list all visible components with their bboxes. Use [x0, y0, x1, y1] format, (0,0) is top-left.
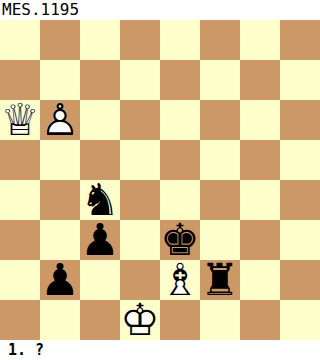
puzzle-title: MES.1195	[0, 0, 320, 20]
black-knight[interactable]: ♞	[80, 180, 120, 220]
chess-puzzle-diagram: MES.1195 ♛♕♟♙♞♟♚♟♝♗♜♚♔ 1. ?	[0, 0, 320, 360]
square-d8[interactable]	[120, 20, 160, 60]
square-e6[interactable]	[160, 100, 200, 140]
square-b4[interactable]	[40, 180, 80, 220]
square-e7[interactable]	[160, 60, 200, 100]
white-bishop[interactable]: ♝♗	[160, 260, 200, 300]
black-king-glyph: ♚	[160, 220, 200, 260]
square-h6[interactable]	[280, 100, 320, 140]
square-g6[interactable]	[240, 100, 280, 140]
square-g2[interactable]	[240, 260, 280, 300]
square-h7[interactable]	[280, 60, 320, 100]
square-b3[interactable]	[40, 220, 80, 260]
square-a1[interactable]	[0, 300, 40, 340]
square-f1[interactable]	[200, 300, 240, 340]
square-f6[interactable]	[200, 100, 240, 140]
square-c4[interactable]: ♞	[80, 180, 120, 220]
square-c6[interactable]	[80, 100, 120, 140]
square-g5[interactable]	[240, 140, 280, 180]
square-b1[interactable]	[40, 300, 80, 340]
square-h8[interactable]	[280, 20, 320, 60]
square-c8[interactable]	[80, 20, 120, 60]
square-h5[interactable]	[280, 140, 320, 180]
square-b8[interactable]	[40, 20, 80, 60]
black-pawn-glyph: ♟	[40, 260, 80, 300]
chess-board: ♛♕♟♙♞♟♚♟♝♗♜♚♔	[0, 20, 320, 340]
square-a3[interactable]	[0, 220, 40, 260]
square-b5[interactable]	[40, 140, 80, 180]
black-pawn[interactable]: ♟	[80, 220, 120, 260]
square-e8[interactable]	[160, 20, 200, 60]
square-c3[interactable]: ♟	[80, 220, 120, 260]
square-a5[interactable]	[0, 140, 40, 180]
square-h1[interactable]	[280, 300, 320, 340]
square-d4[interactable]	[120, 180, 160, 220]
square-f4[interactable]	[200, 180, 240, 220]
square-f3[interactable]	[200, 220, 240, 260]
square-c2[interactable]	[80, 260, 120, 300]
square-d7[interactable]	[120, 60, 160, 100]
square-g8[interactable]	[240, 20, 280, 60]
square-d6[interactable]	[120, 100, 160, 140]
white-bishop-outline: ♗	[160, 260, 200, 300]
square-e1[interactable]	[160, 300, 200, 340]
white-pawn[interactable]: ♟♙	[40, 100, 80, 140]
square-h3[interactable]	[280, 220, 320, 260]
square-a7[interactable]	[0, 60, 40, 100]
square-a4[interactable]	[0, 180, 40, 220]
square-b2[interactable]: ♟	[40, 260, 80, 300]
square-d1[interactable]: ♚♔	[120, 300, 160, 340]
square-e3[interactable]: ♚	[160, 220, 200, 260]
square-a6[interactable]: ♛♕	[0, 100, 40, 140]
square-h4[interactable]	[280, 180, 320, 220]
square-a8[interactable]	[0, 20, 40, 60]
square-b6[interactable]: ♟♙	[40, 100, 80, 140]
square-f5[interactable]	[200, 140, 240, 180]
square-f8[interactable]	[200, 20, 240, 60]
black-knight-glyph: ♞	[80, 180, 120, 220]
square-g7[interactable]	[240, 60, 280, 100]
square-f7[interactable]	[200, 60, 240, 100]
square-e4[interactable]	[160, 180, 200, 220]
black-pawn-glyph: ♟	[80, 220, 120, 260]
white-queen-outline: ♕	[0, 100, 40, 140]
square-e2[interactable]: ♝♗	[160, 260, 200, 300]
square-a2[interactable]	[0, 260, 40, 300]
square-h2[interactable]	[280, 260, 320, 300]
square-g3[interactable]	[240, 220, 280, 260]
square-b7[interactable]	[40, 60, 80, 100]
square-c7[interactable]	[80, 60, 120, 100]
black-rook-glyph: ♜	[200, 260, 240, 300]
square-f2[interactable]: ♜	[200, 260, 240, 300]
square-e5[interactable]	[160, 140, 200, 180]
white-queen[interactable]: ♛♕	[0, 100, 40, 140]
black-rook[interactable]: ♜	[200, 260, 240, 300]
square-d5[interactable]	[120, 140, 160, 180]
square-c5[interactable]	[80, 140, 120, 180]
move-prompt: 1. ?	[0, 340, 320, 360]
black-king[interactable]: ♚	[160, 220, 200, 260]
white-king[interactable]: ♚♔	[120, 300, 160, 340]
square-d3[interactable]	[120, 220, 160, 260]
white-king-outline: ♔	[120, 300, 160, 340]
square-g1[interactable]	[240, 300, 280, 340]
square-g4[interactable]	[240, 180, 280, 220]
square-c1[interactable]	[80, 300, 120, 340]
square-d2[interactable]	[120, 260, 160, 300]
black-pawn[interactable]: ♟	[40, 260, 80, 300]
white-pawn-outline: ♙	[40, 100, 80, 140]
